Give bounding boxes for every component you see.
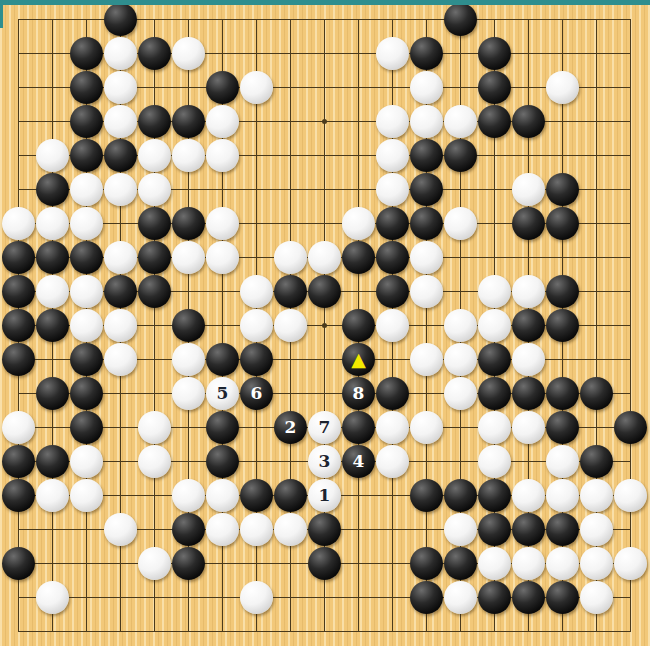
stone-black-c10r16[interactable] — [308, 513, 341, 546]
stone-white-c16r6[interactable] — [512, 173, 545, 206]
stone-white-c9r10[interactable] — [274, 309, 307, 342]
stone-black-c11r14[interactable]: 4 — [342, 445, 375, 478]
stone-black-c9r9[interactable] — [274, 275, 307, 308]
stone-black-c3r11[interactable] — [70, 343, 103, 376]
stone-white-c19r17[interactable] — [614, 547, 647, 580]
stone-white-c13r3[interactable] — [410, 71, 443, 104]
stone-black-c5r9[interactable] — [138, 275, 171, 308]
stone-white-c14r7[interactable] — [444, 207, 477, 240]
window-edge-left-notch — [0, 5, 3, 28]
stone-white-c4r11[interactable] — [104, 343, 137, 376]
go-board[interactable]: ▲56827341 — [0, 5, 650, 646]
stone-white-c12r14[interactable] — [376, 445, 409, 478]
stone-black-c18r12[interactable] — [580, 377, 613, 410]
stone-black-c4r1[interactable] — [104, 3, 137, 36]
stone-black-c15r2[interactable] — [478, 37, 511, 70]
stone-white-c3r6[interactable] — [70, 173, 103, 206]
stone-white-c18r15[interactable] — [580, 479, 613, 512]
stone-black-c6r7[interactable] — [172, 207, 205, 240]
stone-white-c15r13[interactable] — [478, 411, 511, 444]
stone-white-c12r5[interactable] — [376, 139, 409, 172]
stone-black-c6r10[interactable] — [172, 309, 205, 342]
stone-white-c6r5[interactable] — [172, 139, 205, 172]
stone-white-c17r17[interactable] — [546, 547, 579, 580]
stone-white-c4r4[interactable] — [104, 105, 137, 138]
stone-white-c6r11[interactable] — [172, 343, 205, 376]
triangle-marker-icon: ▲ — [351, 350, 366, 369]
stone-black-c1r8[interactable] — [2, 241, 35, 274]
star-point — [322, 119, 327, 124]
move-number-label: 5 — [217, 385, 229, 402]
stone-black-c3r4[interactable] — [70, 105, 103, 138]
stone-white-c12r2[interactable] — [376, 37, 409, 70]
stone-white-c15r9[interactable] — [478, 275, 511, 308]
stone-black-c1r14[interactable] — [2, 445, 35, 478]
stone-black-c14r17[interactable] — [444, 547, 477, 580]
stone-black-c15r3[interactable] — [478, 71, 511, 104]
stone-black-c15r4[interactable] — [478, 105, 511, 138]
stone-black-c14r15[interactable] — [444, 479, 477, 512]
stone-white-c16r13[interactable] — [512, 411, 545, 444]
stone-black-c13r17[interactable] — [410, 547, 443, 580]
stone-black-c17r7[interactable] — [546, 207, 579, 240]
stone-black-c13r2[interactable] — [410, 37, 443, 70]
stone-white-c7r4[interactable] — [206, 105, 239, 138]
stone-white-c6r12[interactable] — [172, 377, 205, 410]
stone-white-c2r18[interactable] — [36, 581, 69, 614]
stone-white-c14r11[interactable] — [444, 343, 477, 376]
stone-white-c7r12[interactable]: 5 — [206, 377, 239, 410]
stone-black-c6r17[interactable] — [172, 547, 205, 580]
stone-white-c12r6[interactable] — [376, 173, 409, 206]
stone-black-c15r16[interactable] — [478, 513, 511, 546]
stone-black-c3r12[interactable] — [70, 377, 103, 410]
stone-black-c17r18[interactable] — [546, 581, 579, 614]
stone-white-c5r5[interactable] — [138, 139, 171, 172]
stone-black-c16r7[interactable] — [512, 207, 545, 240]
stone-white-c14r4[interactable] — [444, 105, 477, 138]
stone-white-c2r9[interactable] — [36, 275, 69, 308]
stone-black-c2r14[interactable] — [36, 445, 69, 478]
stone-black-c12r7[interactable] — [376, 207, 409, 240]
stone-black-c2r6[interactable] — [36, 173, 69, 206]
stone-white-c3r15[interactable] — [70, 479, 103, 512]
stone-white-c8r3[interactable] — [240, 71, 273, 104]
stone-white-c3r7[interactable] — [70, 207, 103, 240]
move-number-label: 2 — [285, 419, 297, 436]
stone-white-c9r16[interactable] — [274, 513, 307, 546]
stone-white-c16r11[interactable] — [512, 343, 545, 376]
stone-black-c8r12[interactable]: 6 — [240, 377, 273, 410]
stone-white-c10r15[interactable]: 1 — [308, 479, 341, 512]
stone-black-c4r5[interactable] — [104, 139, 137, 172]
stone-white-c2r15[interactable] — [36, 479, 69, 512]
stone-white-c16r17[interactable] — [512, 547, 545, 580]
stone-black-c14r5[interactable] — [444, 139, 477, 172]
stone-white-c5r14[interactable] — [138, 445, 171, 478]
stone-black-c2r8[interactable] — [36, 241, 69, 274]
stone-white-c15r10[interactable] — [478, 309, 511, 342]
stone-white-c4r10[interactable] — [104, 309, 137, 342]
star-point — [322, 323, 327, 328]
stone-black-c6r4[interactable] — [172, 105, 205, 138]
stone-white-c8r10[interactable] — [240, 309, 273, 342]
stone-black-c5r2[interactable] — [138, 37, 171, 70]
stone-white-c7r16[interactable] — [206, 513, 239, 546]
stone-black-c1r11[interactable] — [2, 343, 35, 376]
stone-white-c11r7[interactable] — [342, 207, 375, 240]
stone-white-c16r15[interactable] — [512, 479, 545, 512]
stone-black-c14r1[interactable] — [444, 3, 477, 36]
stone-white-c10r14[interactable]: 3 — [308, 445, 341, 478]
stone-black-c1r9[interactable] — [2, 275, 35, 308]
stone-white-c4r2[interactable] — [104, 37, 137, 70]
stone-black-c2r10[interactable] — [36, 309, 69, 342]
stone-white-c14r16[interactable] — [444, 513, 477, 546]
stone-black-c4r9[interactable] — [104, 275, 137, 308]
stone-black-c17r9[interactable] — [546, 275, 579, 308]
stone-black-c11r10[interactable] — [342, 309, 375, 342]
stone-white-c17r15[interactable] — [546, 479, 579, 512]
stone-white-c7r7[interactable] — [206, 207, 239, 240]
stone-black-c10r9[interactable] — [308, 275, 341, 308]
grid-line-horizontal — [18, 631, 631, 632]
stone-black-c16r4[interactable] — [512, 105, 545, 138]
stone-black-c15r11[interactable] — [478, 343, 511, 376]
stone-white-c6r2[interactable] — [172, 37, 205, 70]
stone-white-c13r9[interactable] — [410, 275, 443, 308]
stone-black-c13r7[interactable] — [410, 207, 443, 240]
stone-black-c13r6[interactable] — [410, 173, 443, 206]
stone-black-c17r13[interactable] — [546, 411, 579, 444]
stone-black-c8r15[interactable] — [240, 479, 273, 512]
stone-white-c4r8[interactable] — [104, 241, 137, 274]
stone-black-c16r16[interactable] — [512, 513, 545, 546]
stone-black-c16r18[interactable] — [512, 581, 545, 614]
stone-black-c17r16[interactable] — [546, 513, 579, 546]
stone-white-c7r8[interactable] — [206, 241, 239, 274]
stone-white-c10r8[interactable] — [308, 241, 341, 274]
stone-black-c6r16[interactable] — [172, 513, 205, 546]
stone-black-c1r10[interactable] — [2, 309, 35, 342]
stone-white-c2r7[interactable] — [36, 207, 69, 240]
stone-black-c11r11[interactable]: ▲ — [342, 343, 375, 376]
stone-white-c7r5[interactable] — [206, 139, 239, 172]
stone-black-c1r15[interactable] — [2, 479, 35, 512]
stone-white-c12r4[interactable] — [376, 105, 409, 138]
stone-black-c15r15[interactable] — [478, 479, 511, 512]
stone-white-c14r18[interactable] — [444, 581, 477, 614]
stone-white-c8r9[interactable] — [240, 275, 273, 308]
stone-black-c1r17[interactable] — [2, 547, 35, 580]
stone-black-c17r10[interactable] — [546, 309, 579, 342]
stone-black-c2r12[interactable] — [36, 377, 69, 410]
stone-black-c12r8[interactable] — [376, 241, 409, 274]
stone-white-c16r9[interactable] — [512, 275, 545, 308]
stone-white-c9r8[interactable] — [274, 241, 307, 274]
stone-black-c15r18[interactable] — [478, 581, 511, 614]
stone-black-c5r7[interactable] — [138, 207, 171, 240]
stone-white-c18r17[interactable] — [580, 547, 613, 580]
stone-black-c5r8[interactable] — [138, 241, 171, 274]
stone-black-c17r6[interactable] — [546, 173, 579, 206]
stone-black-c3r13[interactable] — [70, 411, 103, 444]
stone-white-c12r13[interactable] — [376, 411, 409, 444]
stone-white-c13r11[interactable] — [410, 343, 443, 376]
stone-black-c13r5[interactable] — [410, 139, 443, 172]
stone-black-c16r10[interactable] — [512, 309, 545, 342]
stone-white-c1r13[interactable] — [2, 411, 35, 444]
stone-white-c15r17[interactable] — [478, 547, 511, 580]
stone-black-c7r14[interactable] — [206, 445, 239, 478]
stone-black-c15r12[interactable] — [478, 377, 511, 410]
move-number-label: 1 — [319, 487, 331, 504]
stone-white-c17r14[interactable] — [546, 445, 579, 478]
move-number-label: 6 — [251, 385, 263, 402]
stone-white-c18r16[interactable] — [580, 513, 613, 546]
stone-white-c3r10[interactable] — [70, 309, 103, 342]
stone-black-c11r13[interactable] — [342, 411, 375, 444]
stone-white-c6r8[interactable] — [172, 241, 205, 274]
stone-black-c18r14[interactable] — [580, 445, 613, 478]
stone-white-c4r16[interactable] — [104, 513, 137, 546]
move-number-label: 7 — [319, 419, 331, 436]
stone-black-c12r9[interactable] — [376, 275, 409, 308]
stone-black-c9r15[interactable] — [274, 479, 307, 512]
stone-white-c3r14[interactable] — [70, 445, 103, 478]
stone-white-c19r15[interactable] — [614, 479, 647, 512]
stone-black-c9r13[interactable]: 2 — [274, 411, 307, 444]
grid-line-vertical — [630, 19, 631, 632]
stone-white-c5r6[interactable] — [138, 173, 171, 206]
stone-black-c16r12[interactable] — [512, 377, 545, 410]
stone-white-c18r18[interactable] — [580, 581, 613, 614]
stone-black-c13r15[interactable] — [410, 479, 443, 512]
stone-white-c6r15[interactable] — [172, 479, 205, 512]
stone-white-c13r4[interactable] — [410, 105, 443, 138]
stone-white-c8r18[interactable] — [240, 581, 273, 614]
stone-white-c13r8[interactable] — [410, 241, 443, 274]
move-number-label: 8 — [353, 385, 365, 402]
stone-black-c5r4[interactable] — [138, 105, 171, 138]
stone-white-c1r7[interactable] — [2, 207, 35, 240]
stone-white-c13r13[interactable] — [410, 411, 443, 444]
stone-white-c15r14[interactable] — [478, 445, 511, 478]
stone-black-c17r12[interactable] — [546, 377, 579, 410]
stone-white-c10r13[interactable]: 7 — [308, 411, 341, 444]
stone-white-c14r10[interactable] — [444, 309, 477, 342]
stone-black-c3r8[interactable] — [70, 241, 103, 274]
stone-black-c3r3[interactable] — [70, 71, 103, 104]
move-number-label: 4 — [353, 453, 365, 470]
stone-black-c10r17[interactable] — [308, 547, 341, 580]
stone-white-c5r13[interactable] — [138, 411, 171, 444]
stone-white-c17r3[interactable] — [546, 71, 579, 104]
stone-white-c5r17[interactable] — [138, 547, 171, 580]
stone-black-c3r5[interactable] — [70, 139, 103, 172]
stone-black-c11r8[interactable] — [342, 241, 375, 274]
stone-black-c8r11[interactable] — [240, 343, 273, 376]
stone-white-c2r5[interactable] — [36, 139, 69, 172]
stone-white-c4r6[interactable] — [104, 173, 137, 206]
stone-white-c12r10[interactable] — [376, 309, 409, 342]
stone-white-c4r3[interactable] — [104, 71, 137, 104]
stone-black-c13r18[interactable] — [410, 581, 443, 614]
stone-black-c3r2[interactable] — [70, 37, 103, 70]
stone-black-c7r13[interactable] — [206, 411, 239, 444]
move-number-label: 3 — [319, 453, 331, 470]
stone-black-c7r3[interactable] — [206, 71, 239, 104]
stone-white-c3r9[interactable] — [70, 275, 103, 308]
stone-black-c11r12[interactable]: 8 — [342, 377, 375, 410]
stone-black-c12r12[interactable] — [376, 377, 409, 410]
stone-white-c8r16[interactable] — [240, 513, 273, 546]
window-edge-top-bar — [0, 0, 650, 5]
stone-black-c19r13[interactable] — [614, 411, 647, 444]
stone-black-c7r11[interactable] — [206, 343, 239, 376]
stone-white-c7r15[interactable] — [206, 479, 239, 512]
stone-white-c14r12[interactable] — [444, 377, 477, 410]
